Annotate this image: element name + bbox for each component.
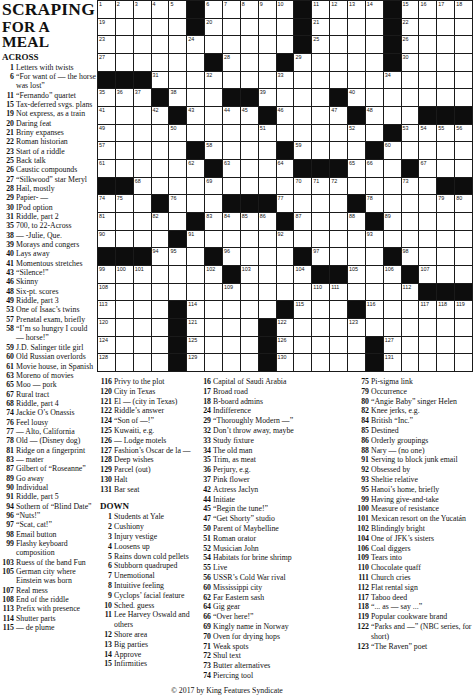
- cell-r1c16[interactable]: 14: [366, 1, 383, 18]
- cell-r17c15[interactable]: [348, 284, 365, 301]
- cell-r1c3[interactable]: 3: [134, 1, 151, 18]
- cell-r10c5[interactable]: [169, 160, 186, 177]
- cell-r3c16[interactable]: [366, 36, 383, 53]
- cell-r2c10[interactable]: [259, 19, 276, 36]
- cell-r11c7[interactable]: 69: [205, 178, 222, 195]
- cell-r5c19[interactable]: [419, 72, 436, 89]
- cell-r2c9[interactable]: [241, 19, 258, 36]
- cell-r10c15[interactable]: 65: [348, 160, 365, 177]
- cell-r4c4[interactable]: [152, 54, 169, 71]
- cell-r8c7[interactable]: [205, 125, 222, 142]
- cell-r5c10[interactable]: [259, 72, 276, 89]
- cell-r19c16[interactable]: [366, 319, 383, 336]
- cell-r1c7[interactable]: 6: [205, 1, 222, 18]
- cell-r10c19[interactable]: 67: [419, 160, 436, 177]
- cell-r20c12[interactable]: [294, 337, 311, 354]
- cell-r6c16[interactable]: [366, 89, 383, 106]
- cell-r20c7[interactable]: [205, 337, 222, 354]
- cell-r9c15[interactable]: [348, 142, 365, 159]
- cell-r17c12[interactable]: [294, 284, 311, 301]
- cell-r2c16[interactable]: [366, 19, 383, 36]
- cell-r14c3[interactable]: [134, 231, 151, 248]
- cell-r16c15[interactable]: 105: [348, 266, 365, 283]
- cell-r6c13[interactable]: [312, 89, 329, 106]
- cell-r18c12[interactable]: 115: [294, 301, 311, 318]
- cell-r17c9[interactable]: [241, 284, 258, 301]
- cell-r3c13[interactable]: 25: [312, 36, 329, 53]
- cell-r11c16[interactable]: [366, 178, 383, 195]
- cell-r19c18[interactable]: [402, 319, 419, 336]
- cell-r19c11[interactable]: 122: [277, 319, 294, 336]
- cell-r19c7[interactable]: [205, 319, 222, 336]
- cell-r5c9[interactable]: [241, 72, 258, 89]
- cell-r1c1[interactable]: 1: [98, 1, 115, 18]
- cell-r9c9[interactable]: [241, 142, 258, 159]
- cell-r4c21[interactable]: [455, 54, 472, 71]
- cell-r15c10[interactable]: [259, 248, 276, 265]
- cell-r19c1[interactable]: 120: [98, 319, 115, 336]
- cell-r4c5[interactable]: [169, 54, 186, 71]
- cell-r14c21[interactable]: [455, 231, 472, 248]
- cell-r1c21[interactable]: 18: [455, 1, 472, 18]
- cell-r10c10[interactable]: [259, 160, 276, 177]
- cell-r2c4[interactable]: [152, 19, 169, 36]
- cell-r4c12[interactable]: 29: [294, 54, 311, 71]
- cell-r8c5[interactable]: 50: [169, 125, 186, 142]
- cell-r7c2[interactable]: [116, 107, 133, 124]
- cell-r20c4[interactable]: [152, 337, 169, 354]
- cell-r5c18[interactable]: [402, 72, 419, 89]
- cell-r20c8[interactable]: [223, 337, 240, 354]
- cell-r18c21[interactable]: 119: [455, 301, 472, 318]
- cell-r6c5[interactable]: 38: [169, 89, 186, 106]
- cell-r12c14[interactable]: [330, 195, 347, 212]
- cell-r17c8[interactable]: 109: [223, 284, 240, 301]
- cell-r16c4[interactable]: [152, 266, 169, 283]
- cell-r12c21[interactable]: 80: [455, 195, 472, 212]
- cell-r5c12[interactable]: [294, 72, 311, 89]
- cell-r9c4[interactable]: [152, 142, 169, 159]
- cell-r13c3[interactable]: [134, 213, 151, 230]
- cell-r14c14[interactable]: [330, 231, 347, 248]
- cell-r18c19[interactable]: 117: [419, 301, 436, 318]
- cell-r21c3[interactable]: [134, 354, 151, 371]
- cell-r16c6[interactable]: [187, 266, 204, 283]
- cell-r13c4[interactable]: 82: [152, 213, 169, 230]
- cell-r20c2[interactable]: [116, 337, 133, 354]
- cell-r21c14[interactable]: [330, 354, 347, 371]
- cell-r6c21[interactable]: [455, 89, 472, 106]
- cell-r2c11[interactable]: [277, 19, 294, 36]
- cell-r16c5[interactable]: [169, 266, 186, 283]
- cell-r12c17[interactable]: [384, 195, 401, 212]
- cell-r7c12[interactable]: [294, 107, 311, 124]
- cell-r18c2[interactable]: [116, 301, 133, 318]
- cell-r21c12[interactable]: [294, 354, 311, 371]
- cell-r14c12[interactable]: [294, 231, 311, 248]
- cell-r17c4[interactable]: [152, 284, 169, 301]
- cell-r3c9[interactable]: [241, 36, 258, 53]
- cell-r12c3[interactable]: [134, 195, 151, 212]
- cell-r16c21[interactable]: [455, 266, 472, 283]
- cell-r11c18[interactable]: 73: [402, 178, 419, 195]
- cell-r21c15[interactable]: [348, 354, 365, 371]
- cell-r11c4[interactable]: [152, 178, 169, 195]
- cell-r6c11[interactable]: [277, 89, 294, 106]
- cell-r4c1[interactable]: 27: [98, 54, 115, 71]
- cell-r10c1[interactable]: 61: [98, 160, 115, 177]
- cell-r10c21[interactable]: [455, 160, 472, 177]
- cell-r1c20[interactable]: 17: [437, 1, 454, 18]
- cell-r14c17[interactable]: [384, 231, 401, 248]
- cell-r5c4[interactable]: 31: [152, 72, 169, 89]
- cell-r15c21[interactable]: [455, 248, 472, 265]
- cell-r8c18[interactable]: 53: [402, 125, 419, 142]
- cell-r16c17[interactable]: 106: [384, 266, 401, 283]
- cell-r17c11[interactable]: [277, 284, 294, 301]
- cell-r8c4[interactable]: [152, 125, 169, 142]
- cell-r4c14[interactable]: [330, 54, 347, 71]
- cell-r3c20[interactable]: [437, 36, 454, 53]
- cell-r5c11[interactable]: 33: [277, 72, 294, 89]
- cell-r2c1[interactable]: 19: [98, 19, 115, 36]
- cell-r7c18[interactable]: [402, 107, 419, 124]
- cell-r10c16[interactable]: 66: [366, 160, 383, 177]
- cell-r10c4[interactable]: [152, 160, 169, 177]
- cell-r9c12[interactable]: 59: [294, 142, 311, 159]
- cell-r5c21[interactable]: [455, 72, 472, 89]
- cell-r17c18[interactable]: 112: [402, 284, 419, 301]
- cell-r7c17[interactable]: [384, 107, 401, 124]
- cell-r11c5[interactable]: [169, 178, 186, 195]
- cell-r9c2[interactable]: [116, 142, 133, 159]
- cell-r3c11[interactable]: [277, 36, 294, 53]
- cell-r13c17[interactable]: 89: [384, 213, 401, 230]
- cell-r1c14[interactable]: 12: [330, 1, 347, 18]
- cell-r21c21[interactable]: [455, 354, 472, 371]
- cell-r17c16[interactable]: [366, 284, 383, 301]
- cell-r5c5[interactable]: [169, 72, 186, 89]
- cell-r20c13[interactable]: [312, 337, 329, 354]
- cell-r11c12[interactable]: 70: [294, 178, 311, 195]
- cell-r19c13[interactable]: [312, 319, 329, 336]
- cell-r20c14[interactable]: [330, 337, 347, 354]
- cell-r7c3[interactable]: [134, 107, 151, 124]
- cell-r9c7[interactable]: 58: [205, 142, 222, 159]
- cell-r4c2[interactable]: [116, 54, 133, 71]
- cell-r19c8[interactable]: [223, 319, 240, 336]
- cell-r6c7[interactable]: [205, 89, 222, 106]
- cell-r2c13[interactable]: 21: [312, 19, 329, 36]
- cell-r16c3[interactable]: 101: [134, 266, 151, 283]
- cell-r14c15[interactable]: [348, 231, 365, 248]
- cell-r8c20[interactable]: 55: [437, 125, 454, 142]
- cell-r12c13[interactable]: [312, 195, 329, 212]
- cell-r18c1[interactable]: 113: [98, 301, 115, 318]
- cell-r15c13[interactable]: 97: [312, 248, 329, 265]
- cell-r11c17[interactable]: [384, 178, 401, 195]
- cell-r18c13[interactable]: [312, 301, 329, 318]
- cell-r15c5[interactable]: 95: [169, 248, 186, 265]
- cell-r7c16[interactable]: 48: [366, 107, 383, 124]
- cell-r3c3[interactable]: [134, 36, 151, 53]
- cell-r14c16[interactable]: 93: [366, 231, 383, 248]
- cell-r5c15[interactable]: [348, 72, 365, 89]
- cell-r16c11[interactable]: [277, 266, 294, 283]
- cell-r17c14[interactable]: 111: [330, 284, 347, 301]
- cell-r13c5[interactable]: [169, 213, 186, 230]
- cell-r6c2[interactable]: 36: [116, 89, 133, 106]
- cell-r6c3[interactable]: 37: [134, 89, 151, 106]
- cell-r7c1[interactable]: 41: [98, 107, 115, 124]
- cell-r6c6[interactable]: [187, 89, 204, 106]
- cell-r9c8[interactable]: [223, 142, 240, 159]
- cell-r11c13[interactable]: 71: [312, 178, 329, 195]
- cell-r1c4[interactable]: 4: [152, 1, 169, 18]
- cell-r18c4[interactable]: [152, 301, 169, 318]
- cell-r21c1[interactable]: 128: [98, 354, 115, 371]
- cell-r19c19[interactable]: [419, 319, 436, 336]
- cell-r12c18[interactable]: [402, 195, 419, 212]
- cell-r13c7[interactable]: 83: [205, 213, 222, 230]
- cell-r21c8[interactable]: [223, 354, 240, 371]
- cell-r1c9[interactable]: 8: [241, 1, 258, 18]
- cell-r13c18[interactable]: [402, 213, 419, 230]
- cell-r20c18[interactable]: [402, 337, 419, 354]
- cell-r10c2[interactable]: [116, 160, 133, 177]
- cell-r9c19[interactable]: [419, 142, 436, 159]
- cell-r13c19[interactable]: [419, 213, 436, 230]
- cell-r9c3[interactable]: [134, 142, 151, 159]
- cell-r3c10[interactable]: [259, 36, 276, 53]
- cell-r12c19[interactable]: [419, 195, 436, 212]
- cell-r18c14[interactable]: [330, 301, 347, 318]
- cell-r14c7[interactable]: [205, 231, 222, 248]
- cell-r13c13[interactable]: [312, 213, 329, 230]
- cell-r19c15[interactable]: 123: [348, 319, 365, 336]
- cell-r10c20[interactable]: [437, 160, 454, 177]
- cell-r8c11[interactable]: [277, 125, 294, 142]
- cell-r1c13[interactable]: 11: [312, 1, 329, 18]
- cell-r5c7[interactable]: 32: [205, 72, 222, 89]
- cell-r10c9[interactable]: [241, 160, 258, 177]
- cell-r8c2[interactable]: [116, 125, 133, 142]
- cell-r9c20[interactable]: [437, 142, 454, 159]
- cell-r8c15[interactable]: 52: [348, 125, 365, 142]
- cell-r12c16[interactable]: 78: [366, 195, 383, 212]
- cell-r20c1[interactable]: 124: [98, 337, 115, 354]
- cell-r5c16[interactable]: [366, 72, 383, 89]
- cell-r9c13[interactable]: [312, 142, 329, 159]
- cell-r5c17[interactable]: 34: [384, 72, 401, 89]
- cell-r13c20[interactable]: [437, 213, 454, 230]
- cell-r1c5[interactable]: 5: [169, 1, 186, 18]
- cell-r14c4[interactable]: [152, 231, 169, 248]
- cell-r18c9[interactable]: [241, 301, 258, 318]
- cell-r16c10[interactable]: [259, 266, 276, 283]
- cell-r7c9[interactable]: 45: [241, 107, 258, 124]
- cell-r17c5[interactable]: [169, 284, 186, 301]
- cell-r9c5[interactable]: [169, 142, 186, 159]
- cell-r2c20[interactable]: [437, 19, 454, 36]
- cell-r4c16[interactable]: [366, 54, 383, 71]
- cell-r20c17[interactable]: 127: [384, 337, 401, 354]
- cell-r19c21[interactable]: [455, 319, 472, 336]
- cell-r8c21[interactable]: 56: [455, 125, 472, 142]
- cell-r1c10[interactable]: 9: [259, 1, 276, 18]
- cell-r1c19[interactable]: 16: [419, 1, 436, 18]
- cell-r21c19[interactable]: [419, 354, 436, 371]
- cell-r18c16[interactable]: 116: [366, 301, 383, 318]
- cell-r17c1[interactable]: 108: [98, 284, 115, 301]
- cell-r17c6[interactable]: [187, 284, 204, 301]
- cell-r21c17[interactable]: 131: [384, 354, 401, 371]
- cell-r8c3[interactable]: [134, 125, 151, 142]
- cell-r8c10[interactable]: 51: [259, 125, 276, 142]
- cell-r18c20[interactable]: 118: [437, 301, 454, 318]
- cell-r13c15[interactable]: 88: [348, 213, 365, 230]
- cell-r2c14[interactable]: [330, 19, 347, 36]
- cell-r5c14[interactable]: [330, 72, 347, 89]
- cell-r21c6[interactable]: 129: [187, 354, 204, 371]
- cell-r10c3[interactable]: [134, 160, 151, 177]
- cell-r11c19[interactable]: [419, 178, 436, 195]
- cell-r8c16[interactable]: [366, 125, 383, 142]
- cell-r8c9[interactable]: [241, 125, 258, 142]
- cell-r9c18[interactable]: [402, 142, 419, 159]
- cell-r20c6[interactable]: 125: [187, 337, 204, 354]
- cell-r5c6[interactable]: [187, 72, 204, 89]
- cell-r6c1[interactable]: 35: [98, 89, 115, 106]
- cell-r15c4[interactable]: 94: [152, 248, 169, 265]
- cell-r10c6[interactable]: 62: [187, 160, 204, 177]
- cell-r21c13[interactable]: [312, 354, 329, 371]
- cell-r8c19[interactable]: 54: [419, 125, 436, 142]
- cell-r12c7[interactable]: [205, 195, 222, 212]
- cell-r1c18[interactable]: 15: [402, 1, 419, 18]
- cell-r20c11[interactable]: 126: [277, 337, 294, 354]
- cell-r16c9[interactable]: 103: [241, 266, 258, 283]
- cell-r9c21[interactable]: [455, 142, 472, 159]
- cell-r21c4[interactable]: [152, 354, 169, 371]
- cell-r12c1[interactable]: 74: [98, 195, 115, 212]
- cell-r3c15[interactable]: [348, 36, 365, 53]
- cell-r7c6[interactable]: 43: [187, 107, 204, 124]
- cell-r15c14[interactable]: [330, 248, 347, 265]
- cell-r16c20[interactable]: [437, 266, 454, 283]
- cell-r10c8[interactable]: 63: [223, 160, 240, 177]
- cell-r18c10[interactable]: [259, 301, 276, 318]
- cell-r5c13[interactable]: [312, 72, 329, 89]
- cell-r18c3[interactable]: [134, 301, 151, 318]
- cell-r13c9[interactable]: 85: [241, 213, 258, 230]
- cell-r21c7[interactable]: [205, 354, 222, 371]
- cell-r11c14[interactable]: 72: [330, 178, 347, 195]
- cell-r6c10[interactable]: 39: [259, 89, 276, 106]
- cell-r19c4[interactable]: [152, 319, 169, 336]
- cell-r16c19[interactable]: 107: [419, 266, 436, 283]
- cell-r21c9[interactable]: [241, 354, 258, 371]
- cell-r14c13[interactable]: [312, 231, 329, 248]
- cell-r4c13[interactable]: [312, 54, 329, 71]
- cell-r2c15[interactable]: [348, 19, 365, 36]
- cell-r12c6[interactable]: [187, 195, 204, 212]
- cell-r4c18[interactable]: 30: [402, 54, 419, 71]
- cell-r7c8[interactable]: 44: [223, 107, 240, 124]
- cell-r14c20[interactable]: [437, 231, 454, 248]
- cell-r6c20[interactable]: [437, 89, 454, 106]
- cell-r13c21[interactable]: [455, 213, 472, 230]
- cell-r11c15[interactable]: [348, 178, 365, 195]
- cell-r3c1[interactable]: 23: [98, 36, 115, 53]
- cell-r13c1[interactable]: 81: [98, 213, 115, 230]
- cell-r19c3[interactable]: [134, 319, 151, 336]
- cell-r6c19[interactable]: [419, 89, 436, 106]
- cell-r6c17[interactable]: [384, 89, 401, 106]
- cell-r18c17[interactable]: [384, 301, 401, 318]
- cell-r8c6[interactable]: [187, 125, 204, 142]
- cell-r11c3[interactable]: 68: [134, 178, 151, 195]
- cell-r3c14[interactable]: [330, 36, 347, 53]
- cell-r5c8[interactable]: [223, 72, 240, 89]
- cell-r15c6[interactable]: [187, 248, 204, 265]
- cell-r19c12[interactable]: [294, 319, 311, 336]
- cell-r14c19[interactable]: [419, 231, 436, 248]
- cell-r21c2[interactable]: [116, 354, 133, 371]
- cell-r18c7[interactable]: [205, 301, 222, 318]
- cell-r7c14[interactable]: 47: [330, 107, 347, 124]
- cell-r4c10[interactable]: [259, 54, 276, 71]
- cell-r17c2[interactable]: [116, 284, 133, 301]
- cell-r12c11[interactable]: 77: [277, 195, 294, 212]
- cell-r11c10[interactable]: [259, 178, 276, 195]
- cell-r14c1[interactable]: 90: [98, 231, 115, 248]
- cell-r6c15[interactable]: 40: [348, 89, 365, 106]
- cell-r20c15[interactable]: [348, 337, 365, 354]
- cell-r15c9[interactable]: [241, 248, 258, 265]
- cell-r1c11[interactable]: 10: [277, 1, 294, 18]
- cell-r11c8[interactable]: [223, 178, 240, 195]
- cell-r20c9[interactable]: [241, 337, 258, 354]
- cell-r18c6[interactable]: 114: [187, 301, 204, 318]
- cell-r21c18[interactable]: [402, 354, 419, 371]
- cell-r7c4[interactable]: 42: [152, 107, 169, 124]
- cell-r3c18[interactable]: 26: [402, 36, 419, 53]
- cell-r10c17[interactable]: [384, 160, 401, 177]
- cell-r14c18[interactable]: [402, 231, 419, 248]
- cell-r4c20[interactable]: [437, 54, 454, 71]
- cell-r11c9[interactable]: [241, 178, 258, 195]
- cell-r9c1[interactable]: 57: [98, 142, 115, 159]
- cell-r13c12[interactable]: 87: [294, 213, 311, 230]
- cell-r2c8[interactable]: [223, 19, 240, 36]
- cell-r2c5[interactable]: [169, 19, 186, 36]
- cell-r14c8[interactable]: [223, 231, 240, 248]
- cell-r2c21[interactable]: [455, 19, 472, 36]
- cell-r15c19[interactable]: [419, 248, 436, 265]
- cell-r9c14[interactable]: [330, 142, 347, 159]
- cell-r16c12[interactable]: 104: [294, 266, 311, 283]
- cell-r2c2[interactable]: [116, 19, 133, 36]
- cell-r15c8[interactable]: 96: [223, 248, 240, 265]
- cell-r3c19[interactable]: [419, 36, 436, 53]
- cell-r2c7[interactable]: 20: [205, 19, 222, 36]
- cell-r1c15[interactable]: 13: [348, 1, 365, 18]
- cell-r16c2[interactable]: 100: [116, 266, 133, 283]
- cell-r2c19[interactable]: [419, 19, 436, 36]
- cell-r4c19[interactable]: [419, 54, 436, 71]
- cell-r12c2[interactable]: 75: [116, 195, 133, 212]
